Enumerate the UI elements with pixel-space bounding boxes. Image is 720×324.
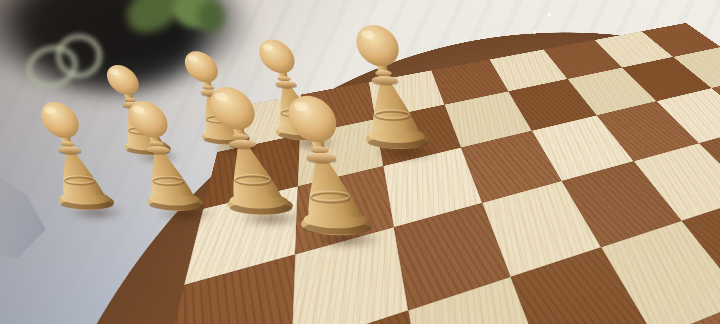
photo-scene: ♙♙♙♙♙♙♙♙ — [0, 0, 720, 324]
pieces-layer: ♙♙♙♙♙♙♙♙ — [0, 0, 720, 324]
